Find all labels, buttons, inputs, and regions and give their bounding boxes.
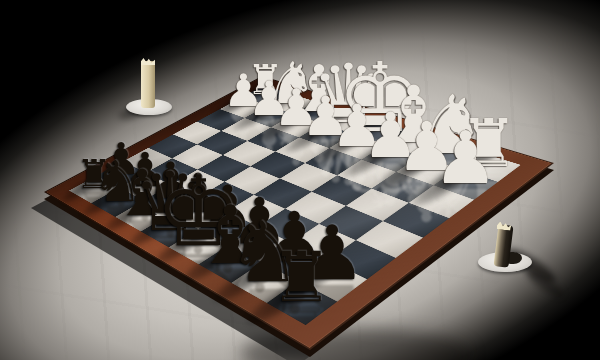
candle-left-body [141, 61, 155, 108]
scene: ♜♞♝♛♚♝♞♜♟♟♟♟♟♟♟♟♟♟♟♟♟♟♟♟♜♞♝♛♚♝♞♜ ♜♞♝♛♚♝♞… [0, 0, 600, 360]
